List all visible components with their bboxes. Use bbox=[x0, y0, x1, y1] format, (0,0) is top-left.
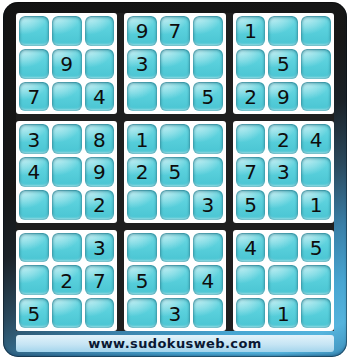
cell-r5c6[interactable] bbox=[193, 157, 223, 187]
cell-r1c6[interactable] bbox=[193, 16, 223, 46]
cell-r1c3[interactable] bbox=[85, 16, 115, 46]
cell-r2c4[interactable]: 3 bbox=[127, 49, 157, 79]
cell-r2c8[interactable]: 5 bbox=[268, 49, 298, 79]
given-digit: 8 bbox=[93, 129, 106, 150]
cell-r7c6[interactable] bbox=[193, 233, 223, 263]
cell-r3c4[interactable] bbox=[127, 82, 157, 112]
box-3-1: 3275 bbox=[16, 230, 117, 331]
cell-r3c1[interactable]: 7 bbox=[19, 82, 49, 112]
given-digit: 7 bbox=[28, 86, 41, 107]
given-digit: 3 bbox=[201, 194, 214, 215]
box-1-3: 1529 bbox=[233, 13, 334, 114]
footer-bar: www.sudokusweb.com bbox=[16, 335, 334, 352]
given-digit: 5 bbox=[169, 161, 182, 182]
cell-r7c7[interactable]: 4 bbox=[236, 233, 266, 263]
cell-r9c1[interactable]: 5 bbox=[19, 298, 49, 328]
given-digit: 1 bbox=[136, 129, 149, 150]
cell-r7c1[interactable] bbox=[19, 233, 49, 263]
cell-r7c5[interactable] bbox=[160, 233, 190, 263]
given-digit: 3 bbox=[93, 237, 106, 258]
given-digit: 9 bbox=[93, 161, 106, 182]
box-2-3: 247351 bbox=[233, 121, 334, 222]
cell-r6c5[interactable] bbox=[160, 190, 190, 220]
cell-r2c7[interactable] bbox=[236, 49, 266, 79]
cell-r2c5[interactable] bbox=[160, 49, 190, 79]
cell-r8c6[interactable]: 4 bbox=[193, 265, 223, 295]
given-digit: 4 bbox=[93, 86, 106, 107]
cell-r7c8[interactable] bbox=[268, 233, 298, 263]
given-digit: 1 bbox=[277, 303, 290, 324]
cell-r9c3[interactable] bbox=[85, 298, 115, 328]
cell-r8c4[interactable]: 5 bbox=[127, 265, 157, 295]
given-digit: 5 bbox=[277, 53, 290, 74]
sudoku-board: 974973515293849212532473513275543451 bbox=[16, 13, 334, 331]
cell-r6c4[interactable] bbox=[127, 190, 157, 220]
cell-r7c3[interactable]: 3 bbox=[85, 233, 115, 263]
given-digit: 1 bbox=[310, 194, 323, 215]
cell-r4c6[interactable] bbox=[193, 124, 223, 154]
cell-r3c3[interactable]: 4 bbox=[85, 82, 115, 112]
given-digit: 5 bbox=[244, 194, 257, 215]
cell-r1c7[interactable]: 1 bbox=[236, 16, 266, 46]
given-digit: 2 bbox=[60, 270, 73, 291]
given-digit: 1 bbox=[244, 20, 257, 41]
cell-r9c8[interactable]: 1 bbox=[268, 298, 298, 328]
cell-r9c4[interactable] bbox=[127, 298, 157, 328]
given-digit: 7 bbox=[169, 20, 182, 41]
given-digit: 5 bbox=[136, 270, 149, 291]
cell-r6c9[interactable]: 1 bbox=[301, 190, 331, 220]
given-digit: 4 bbox=[28, 161, 41, 182]
given-digit: 2 bbox=[93, 194, 106, 215]
cell-r3c8[interactable]: 9 bbox=[268, 82, 298, 112]
given-digit: 3 bbox=[136, 53, 149, 74]
cell-r8c5[interactable] bbox=[160, 265, 190, 295]
given-digit: 5 bbox=[310, 237, 323, 258]
given-digit: 2 bbox=[277, 129, 290, 150]
cell-r4c2[interactable] bbox=[52, 124, 82, 154]
given-digit: 7 bbox=[244, 161, 257, 182]
cell-r2c3[interactable] bbox=[85, 49, 115, 79]
cell-r5c1[interactable]: 4 bbox=[19, 157, 49, 187]
given-digit: 3 bbox=[28, 129, 41, 150]
cell-r2c6[interactable] bbox=[193, 49, 223, 79]
cell-r8c9[interactable] bbox=[301, 265, 331, 295]
cell-r1c9[interactable] bbox=[301, 16, 331, 46]
given-digit: 3 bbox=[169, 303, 182, 324]
given-digit: 5 bbox=[201, 86, 214, 107]
given-digit: 9 bbox=[277, 86, 290, 107]
cell-r4c8[interactable]: 2 bbox=[268, 124, 298, 154]
cell-r3c7[interactable]: 2 bbox=[236, 82, 266, 112]
cell-r3c6[interactable]: 5 bbox=[193, 82, 223, 112]
cell-r8c1[interactable] bbox=[19, 265, 49, 295]
cell-r1c1[interactable] bbox=[19, 16, 49, 46]
cell-r9c9[interactable] bbox=[301, 298, 331, 328]
cell-r4c1[interactable]: 3 bbox=[19, 124, 49, 154]
cell-r2c1[interactable] bbox=[19, 49, 49, 79]
given-digit: 5 bbox=[28, 303, 41, 324]
cell-r6c3[interactable]: 2 bbox=[85, 190, 115, 220]
given-digit: 2 bbox=[136, 161, 149, 182]
cell-r4c7[interactable] bbox=[236, 124, 266, 154]
cell-r5c9[interactable] bbox=[301, 157, 331, 187]
cell-r5c5[interactable]: 5 bbox=[160, 157, 190, 187]
box-2-1: 38492 bbox=[16, 121, 117, 222]
cell-r5c4[interactable]: 2 bbox=[127, 157, 157, 187]
cell-r6c6[interactable]: 3 bbox=[193, 190, 223, 220]
cell-r6c8[interactable] bbox=[268, 190, 298, 220]
box-3-3: 451 bbox=[233, 230, 334, 331]
cell-r5c7[interactable]: 7 bbox=[236, 157, 266, 187]
given-digit: 2 bbox=[244, 86, 257, 107]
cell-r1c5[interactable]: 7 bbox=[160, 16, 190, 46]
cell-r8c3[interactable]: 7 bbox=[85, 265, 115, 295]
given-digit: 9 bbox=[136, 20, 149, 41]
cell-r8c7[interactable] bbox=[236, 265, 266, 295]
box-2-2: 1253 bbox=[124, 121, 225, 222]
cell-r1c8[interactable] bbox=[268, 16, 298, 46]
cell-r4c4[interactable]: 1 bbox=[127, 124, 157, 154]
cell-r6c1[interactable] bbox=[19, 190, 49, 220]
cell-r8c8[interactable] bbox=[268, 265, 298, 295]
cell-r6c2[interactable] bbox=[52, 190, 82, 220]
cell-r8c2[interactable]: 2 bbox=[52, 265, 82, 295]
box-1-1: 974 bbox=[16, 13, 117, 114]
given-digit: 9 bbox=[60, 53, 73, 74]
cell-r9c2[interactable] bbox=[52, 298, 82, 328]
cell-r7c9[interactable]: 5 bbox=[301, 233, 331, 263]
given-digit: 7 bbox=[93, 270, 106, 291]
cell-r5c8[interactable]: 3 bbox=[268, 157, 298, 187]
cell-r4c9[interactable]: 4 bbox=[301, 124, 331, 154]
cell-r4c5[interactable] bbox=[160, 124, 190, 154]
cell-r9c5[interactable]: 3 bbox=[160, 298, 190, 328]
cell-r1c4[interactable]: 9 bbox=[127, 16, 157, 46]
cell-r9c7[interactable] bbox=[236, 298, 266, 328]
cell-r1c2[interactable] bbox=[52, 16, 82, 46]
given-digit: 4 bbox=[244, 237, 257, 258]
box-1-2: 9735 bbox=[124, 13, 225, 114]
website-url: www.sudokusweb.com bbox=[88, 337, 261, 350]
cell-r2c2[interactable]: 9 bbox=[52, 49, 82, 79]
given-digit: 4 bbox=[310, 129, 323, 150]
board-frame: 974973515293849212532473513275543451 www… bbox=[3, 2, 347, 357]
cell-r7c2[interactable] bbox=[52, 233, 82, 263]
cell-r6c7[interactable]: 5 bbox=[236, 190, 266, 220]
cell-r3c5[interactable] bbox=[160, 82, 190, 112]
given-digit: 3 bbox=[277, 161, 290, 182]
cell-r7c4[interactable] bbox=[127, 233, 157, 263]
box-3-2: 543 bbox=[124, 230, 225, 331]
cell-r2c9[interactable] bbox=[301, 49, 331, 79]
cell-r3c2[interactable] bbox=[52, 82, 82, 112]
cell-r5c3[interactable]: 9 bbox=[85, 157, 115, 187]
cell-r5c2[interactable] bbox=[52, 157, 82, 187]
cell-r4c3[interactable]: 8 bbox=[85, 124, 115, 154]
given-digit: 4 bbox=[201, 270, 214, 291]
cell-r9c6[interactable] bbox=[193, 298, 223, 328]
cell-r3c9[interactable] bbox=[301, 82, 331, 112]
